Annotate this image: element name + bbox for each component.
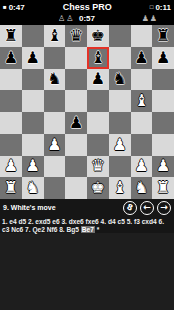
square-b5[interactable] — [22, 90, 44, 112]
piece-white-queen: ♛ — [91, 158, 105, 174]
square-a8[interactable]: ♜ — [0, 25, 22, 47]
piece-white-pawn: ♟ — [25, 158, 39, 174]
app-title: Chess PRO — [63, 2, 112, 12]
right-clock-value: 0:11 — [155, 3, 171, 12]
square-h6[interactable] — [152, 69, 174, 91]
square-a4[interactable] — [0, 112, 22, 134]
square-a1[interactable]: ♜ — [0, 177, 22, 199]
square-e6[interactable]: ♟ — [87, 69, 109, 91]
square-a7[interactable]: ♟ — [0, 47, 22, 69]
piece-white-bishop: ♝ — [112, 180, 126, 196]
white-player-icon: □ — [150, 4, 154, 10]
square-c4[interactable] — [44, 112, 66, 134]
piece-black-pawn: ♟ — [134, 50, 148, 66]
square-e3[interactable] — [87, 134, 109, 156]
square-f2[interactable] — [109, 156, 131, 178]
piece-white-rook: ♜ — [156, 180, 170, 196]
square-c3[interactable]: ♟ — [44, 134, 66, 156]
square-d6[interactable] — [65, 69, 87, 91]
square-c6[interactable]: ♞ — [44, 69, 66, 91]
square-d8[interactable]: ♛ — [65, 25, 87, 47]
square-h1[interactable]: ♜ — [152, 177, 174, 199]
piece-black-bishop: ♝ — [91, 50, 105, 66]
square-b2[interactable]: ♟ — [22, 156, 44, 178]
square-b8[interactable] — [22, 25, 44, 47]
square-g1[interactable]: ♞ — [131, 177, 153, 199]
square-a2[interactable]: ♟ — [0, 156, 22, 178]
square-a6[interactable] — [0, 69, 22, 91]
piece-white-pawn: ♟ — [47, 137, 61, 153]
piece-black-knight: ♞ — [47, 71, 61, 87]
square-d1[interactable] — [65, 177, 87, 199]
square-h7[interactable]: ♟ — [152, 47, 174, 69]
square-g8[interactable] — [131, 25, 153, 47]
square-b3[interactable] — [22, 134, 44, 156]
square-e7[interactable]: ♝ — [87, 47, 109, 69]
square-e1[interactable]: ♚ — [87, 177, 109, 199]
square-h8[interactable]: ♜ — [152, 25, 174, 47]
right-clock: □ 0:11 — [150, 3, 171, 12]
piece-black-pawn: ♟ — [69, 115, 83, 131]
left-clock: ■ 0:47 — [3, 3, 25, 12]
square-g3[interactable] — [131, 134, 153, 156]
square-d3[interactable] — [65, 134, 87, 156]
square-g5[interactable]: ♝ — [131, 90, 153, 112]
square-g4[interactable] — [131, 112, 153, 134]
square-e8[interactable]: ♚ — [87, 25, 109, 47]
square-d4[interactable]: ♟ — [65, 112, 87, 134]
piece-white-knight: ♞ — [134, 180, 148, 196]
moves-after: * — [95, 226, 99, 233]
back-button[interactable]: ← — [140, 201, 154, 215]
square-e5[interactable] — [87, 90, 109, 112]
piece-white-bishop: ♝ — [134, 93, 148, 109]
square-b7[interactable]: ♟ — [22, 47, 44, 69]
square-c2[interactable] — [44, 156, 66, 178]
nav-buttons: 8 ← → — [123, 201, 171, 215]
forward-arrow-icon: → — [160, 203, 168, 212]
square-d5[interactable] — [65, 90, 87, 112]
black-player-icon: ■ — [3, 4, 7, 10]
piece-white-knight: ♞ — [25, 180, 39, 196]
square-h4[interactable] — [152, 112, 174, 134]
square-g2[interactable]: ♟ — [131, 156, 153, 178]
empty-area — [0, 233, 174, 310]
back-arrow-icon: ← — [143, 203, 151, 212]
square-a5[interactable] — [0, 90, 22, 112]
forward-button[interactable]: → — [157, 201, 171, 215]
square-a3[interactable] — [0, 134, 22, 156]
captured-black-pawns: ♟♟ — [142, 14, 158, 24]
piece-black-rook: ♜ — [4, 28, 18, 44]
square-h3[interactable] — [152, 134, 174, 156]
current-move[interactable]: Be7 — [81, 226, 95, 233]
piece-black-rook: ♜ — [156, 28, 170, 44]
link-button[interactable]: 8 — [123, 201, 137, 215]
square-f1[interactable]: ♝ — [109, 177, 131, 199]
square-d2[interactable] — [65, 156, 87, 178]
piece-black-bishop: ♝ — [47, 28, 61, 44]
title-bar: ■ 0:47 Chess PRO □ 0:11 — [0, 0, 174, 13]
square-b4[interactable] — [22, 112, 44, 134]
square-f6[interactable]: ♞ — [109, 69, 131, 91]
piece-black-pawn: ♟ — [156, 50, 170, 66]
square-g6[interactable] — [131, 69, 153, 91]
square-g7[interactable]: ♟ — [131, 47, 153, 69]
square-b1[interactable]: ♞ — [22, 177, 44, 199]
piece-black-pawn: ♟ — [25, 50, 39, 66]
square-h5[interactable] — [152, 90, 174, 112]
capture-clock-bar: ♙♙ 0:57 ♟♟ — [0, 13, 174, 25]
square-c7[interactable] — [44, 47, 66, 69]
chess-board[interactable]: ♜♝♛♚♜♟♟♝♟♟♞♟♞♝♟♟♟♟♟♛♟♟♜♞♚♝♞♜ — [0, 25, 174, 199]
square-f3[interactable]: ♟ — [109, 134, 131, 156]
square-h2[interactable]: ♟ — [152, 156, 174, 178]
piece-white-pawn: ♟ — [134, 158, 148, 174]
status-row: 9. White's move 8 ← → — [0, 199, 174, 216]
move-list[interactable]: 1. e4 d5 2. exd5 e6 3. dxe6 fxe6 4. d4 c… — [0, 216, 174, 233]
square-b6[interactable] — [22, 69, 44, 91]
square-f5[interactable] — [109, 90, 131, 112]
link-icon: 8 — [126, 202, 135, 212]
piece-white-pawn: ♟ — [4, 158, 18, 174]
square-e2[interactable]: ♛ — [87, 156, 109, 178]
piece-black-knight: ♞ — [112, 71, 126, 87]
piece-white-pawn: ♟ — [156, 158, 170, 174]
square-f8[interactable] — [109, 25, 131, 47]
piece-black-pawn: ♟ — [91, 71, 105, 87]
move-status-text: 9. White's move — [3, 204, 56, 211]
square-c1[interactable] — [44, 177, 66, 199]
square-c8[interactable]: ♝ — [44, 25, 66, 47]
square-f7[interactable] — [109, 47, 131, 69]
piece-white-king: ♚ — [91, 180, 105, 196]
square-f4[interactable] — [109, 112, 131, 134]
square-c5[interactable] — [44, 90, 66, 112]
piece-white-pawn: ♟ — [112, 137, 126, 153]
square-e4[interactable] — [87, 112, 109, 134]
left-clock-value: 0:47 — [9, 3, 25, 12]
square-d7[interactable] — [65, 47, 87, 69]
piece-black-queen: ♛ — [69, 28, 83, 44]
piece-black-king: ♚ — [91, 28, 105, 44]
piece-white-rook: ♜ — [4, 180, 18, 196]
piece-black-pawn: ♟ — [4, 50, 18, 66]
